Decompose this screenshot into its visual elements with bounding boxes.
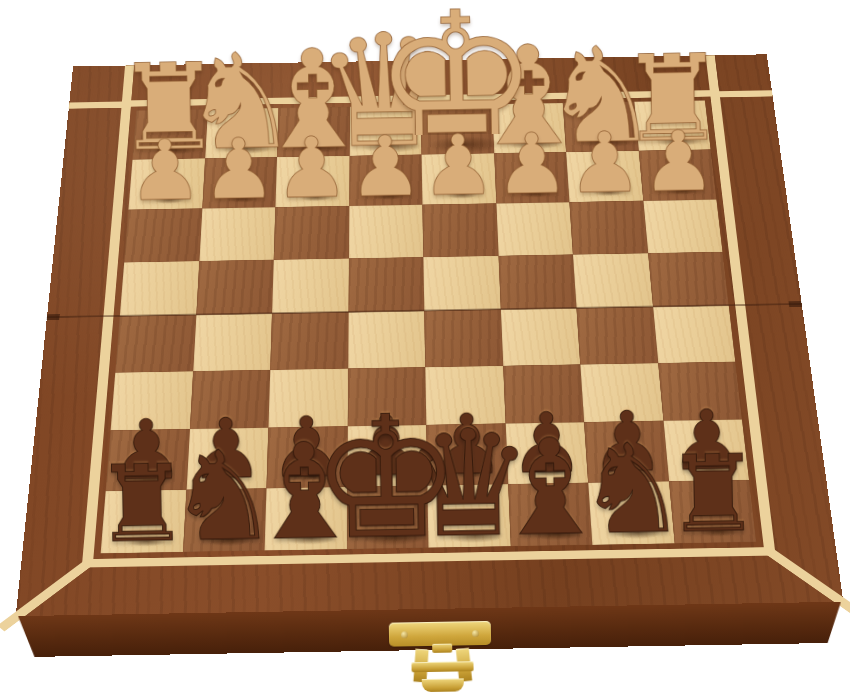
hasp-crossbar: [411, 661, 473, 672]
screw-icon: [401, 631, 408, 638]
hasp-bottom-tab: [422, 678, 464, 692]
latch-hinge-knuckle: [432, 644, 452, 653]
pieces-layer: ♜♞♝♛♚♝♞♜♟♟♟♟♟♟♟♟♟♟♟♟♟♟♟♟♜♞♝♚♛♝♞♜: [16, 54, 844, 617]
chess-board: ♜♞♝♛♚♝♞♜♟♟♟♟♟♟♟♟♟♟♟♟♟♟♟♟♜♞♝♚♛♝♞♜: [16, 54, 844, 617]
screw-icon: [472, 630, 479, 637]
chess-set-photo: ♜♞♝♛♚♝♞♜♟♟♟♟♟♟♟♟♟♟♟♟♟♟♟♟♜♞♝♚♛♝♞♜: [0, 0, 850, 699]
piece-black-knight[interactable]: ♞: [569, 427, 694, 552]
brass-latch-hasp[interactable]: [411, 643, 474, 692]
board-tilt-wrapper: ♜♞♝♛♚♝♞♜♟♟♟♟♟♟♟♟♟♟♟♟♟♟♟♟♜♞♝♚♛♝♞♜: [0, 0, 850, 699]
